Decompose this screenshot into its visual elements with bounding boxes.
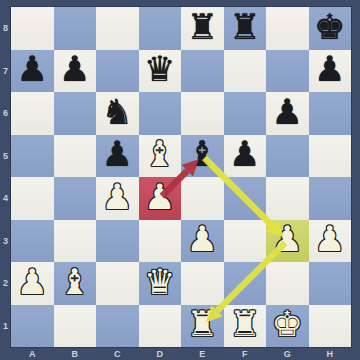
square-b3[interactable] bbox=[54, 220, 97, 263]
chess-board-frame: ♜♜♚♟♟♛♟♞♟♟♝♝♟♟♟♟♟♟♟♝♛♜♜♚ 87654321ABCDEFG… bbox=[0, 0, 360, 360]
square-c7[interactable] bbox=[96, 50, 139, 93]
square-a6[interactable] bbox=[11, 92, 54, 135]
square-h6[interactable] bbox=[309, 92, 352, 135]
square-g8[interactable] bbox=[266, 7, 309, 50]
rank-label-2: 2 bbox=[0, 262, 11, 305]
square-c2[interactable] bbox=[96, 262, 139, 305]
yellow-highlight-square-g3[interactable]: ♟ bbox=[266, 220, 309, 263]
square-h1[interactable] bbox=[309, 305, 352, 348]
square-g2[interactable] bbox=[266, 262, 309, 305]
square-f1[interactable]: ♜ bbox=[224, 305, 267, 348]
square-e2[interactable] bbox=[181, 262, 224, 305]
square-h7[interactable]: ♟ bbox=[309, 50, 352, 93]
square-a4[interactable] bbox=[11, 177, 54, 220]
square-b8[interactable] bbox=[54, 7, 97, 50]
square-c1[interactable] bbox=[96, 305, 139, 348]
square-e8[interactable]: ♜ bbox=[181, 7, 224, 50]
white-queen[interactable]: ♛ bbox=[144, 265, 175, 300]
rank-label-6: 6 bbox=[0, 92, 11, 135]
square-f5[interactable]: ♟ bbox=[224, 135, 267, 178]
black-king[interactable]: ♚ bbox=[314, 10, 345, 45]
square-a3[interactable] bbox=[11, 220, 54, 263]
rank-label-8: 8 bbox=[0, 7, 11, 50]
black-pawn[interactable]: ♟ bbox=[17, 52, 48, 87]
white-bishop[interactable]: ♝ bbox=[59, 265, 90, 300]
square-d6[interactable] bbox=[139, 92, 182, 135]
square-d8[interactable] bbox=[139, 7, 182, 50]
square-a8[interactable] bbox=[11, 7, 54, 50]
white-pawn[interactable]: ♟ bbox=[102, 180, 133, 215]
square-d7[interactable]: ♛ bbox=[139, 50, 182, 93]
white-rook[interactable]: ♜ bbox=[187, 307, 218, 342]
black-rook[interactable]: ♜ bbox=[187, 10, 218, 45]
square-d5[interactable]: ♝ bbox=[139, 135, 182, 178]
square-d3[interactable] bbox=[139, 220, 182, 263]
file-label-f: F bbox=[224, 347, 267, 360]
square-h8[interactable]: ♚ bbox=[309, 7, 352, 50]
white-pawn[interactable]: ♟ bbox=[314, 222, 345, 257]
white-pawn[interactable]: ♟ bbox=[272, 222, 303, 257]
square-h2[interactable] bbox=[309, 262, 352, 305]
square-d1[interactable] bbox=[139, 305, 182, 348]
square-c5[interactable]: ♟ bbox=[96, 135, 139, 178]
square-b1[interactable] bbox=[54, 305, 97, 348]
square-e4[interactable] bbox=[181, 177, 224, 220]
rank-label-3: 3 bbox=[0, 220, 11, 263]
black-rook[interactable]: ♜ bbox=[229, 10, 260, 45]
square-e5[interactable]: ♝ bbox=[181, 135, 224, 178]
file-label-d: D bbox=[139, 347, 182, 360]
square-f4[interactable] bbox=[224, 177, 267, 220]
square-h3[interactable]: ♟ bbox=[309, 220, 352, 263]
board: ♜♜♚♟♟♛♟♞♟♟♝♝♟♟♟♟♟♟♟♝♛♜♜♚ bbox=[11, 7, 351, 347]
rank-label-5: 5 bbox=[0, 135, 11, 178]
black-queen[interactable]: ♛ bbox=[144, 52, 175, 87]
square-b7[interactable]: ♟ bbox=[54, 50, 97, 93]
square-f8[interactable]: ♜ bbox=[224, 7, 267, 50]
rank-label-4: 4 bbox=[0, 177, 11, 220]
red-highlight-square-d4[interactable]: ♟ bbox=[139, 177, 182, 220]
file-label-h: H bbox=[309, 347, 352, 360]
file-label-b: B bbox=[54, 347, 97, 360]
square-e1[interactable]: ♜ bbox=[181, 305, 224, 348]
black-pawn[interactable]: ♟ bbox=[102, 137, 133, 172]
square-c6[interactable]: ♞ bbox=[96, 92, 139, 135]
square-c8[interactable] bbox=[96, 7, 139, 50]
square-e3[interactable]: ♟ bbox=[181, 220, 224, 263]
white-pawn[interactable]: ♟ bbox=[187, 222, 218, 257]
square-f6[interactable] bbox=[224, 92, 267, 135]
square-c4[interactable]: ♟ bbox=[96, 177, 139, 220]
black-bishop[interactable]: ♝ bbox=[187, 137, 218, 172]
white-pawn[interactable]: ♟ bbox=[17, 265, 48, 300]
black-pawn[interactable]: ♟ bbox=[229, 137, 260, 172]
square-a1[interactable] bbox=[11, 305, 54, 348]
square-g4[interactable] bbox=[266, 177, 309, 220]
file-label-a: A bbox=[11, 347, 54, 360]
black-pawn[interactable]: ♟ bbox=[314, 52, 345, 87]
rank-label-7: 7 bbox=[0, 50, 11, 93]
file-label-g: G bbox=[266, 347, 309, 360]
square-h4[interactable] bbox=[309, 177, 352, 220]
square-c3[interactable] bbox=[96, 220, 139, 263]
square-f2[interactable] bbox=[224, 262, 267, 305]
square-g5[interactable] bbox=[266, 135, 309, 178]
square-d2[interactable]: ♛ bbox=[139, 262, 182, 305]
black-knight[interactable]: ♞ bbox=[102, 95, 133, 130]
white-king[interactable]: ♚ bbox=[272, 307, 303, 342]
square-b5[interactable] bbox=[54, 135, 97, 178]
square-b2[interactable]: ♝ bbox=[54, 262, 97, 305]
black-pawn[interactable]: ♟ bbox=[59, 52, 90, 87]
white-pawn[interactable]: ♟ bbox=[144, 180, 175, 215]
square-e6[interactable] bbox=[181, 92, 224, 135]
black-pawn[interactable]: ♟ bbox=[272, 95, 303, 130]
file-label-e: E bbox=[181, 347, 224, 360]
square-a7[interactable]: ♟ bbox=[11, 50, 54, 93]
square-b4[interactable] bbox=[54, 177, 97, 220]
square-f7[interactable] bbox=[224, 50, 267, 93]
square-h5[interactable] bbox=[309, 135, 352, 178]
white-bishop[interactable]: ♝ bbox=[144, 137, 175, 172]
square-g1[interactable]: ♚ bbox=[266, 305, 309, 348]
square-a2[interactable]: ♟ bbox=[11, 262, 54, 305]
square-f3[interactable] bbox=[224, 220, 267, 263]
square-g6[interactable]: ♟ bbox=[266, 92, 309, 135]
file-label-c: C bbox=[96, 347, 139, 360]
rank-label-1: 1 bbox=[0, 305, 11, 348]
square-g7[interactable] bbox=[266, 50, 309, 93]
square-a5[interactable] bbox=[11, 135, 54, 178]
square-b6[interactable] bbox=[54, 92, 97, 135]
square-e7[interactable] bbox=[181, 50, 224, 93]
white-rook[interactable]: ♜ bbox=[229, 307, 260, 342]
